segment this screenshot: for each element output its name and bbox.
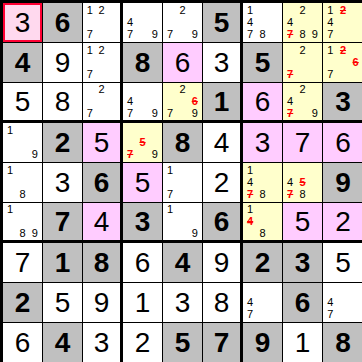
cell-r3c4[interactable]: 479 — [123, 83, 163, 123]
given-digit: 6 — [55, 9, 71, 37]
empty-candidate-slot — [4, 227, 16, 239]
cell-r7c2[interactable]: 1 — [43, 243, 83, 283]
solved-digit: 3 — [94, 329, 110, 357]
cell-r1c8[interactable]: 24789 — [283, 3, 323, 43]
empty-candidate-slot — [256, 164, 268, 176]
empty-candidate-slot — [84, 84, 96, 96]
given-digit: 4 — [175, 249, 191, 277]
given-digit: 5 — [255, 49, 271, 77]
empty-candidate-slot — [349, 296, 362, 308]
empty-candidate-slot — [136, 96, 148, 108]
eliminated-candidate-7: 7 — [284, 29, 296, 41]
cell-r4c3[interactable]: 5 — [83, 123, 123, 163]
pencil-marks: 189 — [4, 204, 41, 239]
solved-digit: 9 — [214, 249, 230, 277]
pencil-marks: 127 — [84, 44, 119, 81]
cell-r5c6[interactable]: 2 — [203, 163, 243, 203]
empty-candidate-slot — [337, 56, 350, 68]
eliminated-candidate-7: 7 — [124, 149, 136, 161]
empty-candidate-slot — [164, 4, 176, 16]
cell-r8c5[interactable]: 3 — [163, 283, 203, 323]
empty-candidate-slot — [256, 16, 268, 28]
candidate-9: 9 — [149, 29, 161, 41]
candidate-4: 4 — [284, 16, 296, 28]
candidate-1: 1 — [4, 164, 16, 176]
empty-candidate-slot — [189, 216, 201, 228]
empty-candidate-slot — [269, 204, 281, 216]
empty-candidate-slot — [256, 284, 268, 296]
empty-candidate-slot — [84, 96, 96, 108]
empty-candidate-slot — [337, 69, 350, 81]
pencil-marks: 18 — [4, 164, 41, 201]
pencil-marks: 24789 — [284, 4, 321, 41]
empty-candidate-slot — [284, 56, 296, 68]
candidate-9: 9 — [29, 227, 41, 239]
empty-candidate-slot — [269, 216, 281, 228]
empty-candidate-slot — [136, 107, 148, 119]
cell-r8c4[interactable]: 1 — [123, 283, 163, 323]
empty-candidate-slot — [107, 107, 119, 119]
cell-r6c9[interactable]: 2 — [323, 203, 362, 243]
candidate-1: 1 — [164, 204, 176, 216]
empty-candidate-slot — [176, 16, 188, 28]
pencil-marks: 19 — [164, 204, 201, 239]
solved-digit: 7 — [295, 129, 311, 157]
candidate-8: 8 — [16, 227, 28, 239]
empty-candidate-slot — [309, 189, 321, 201]
empty-candidate-slot — [284, 4, 296, 16]
solved-digit: 6 — [15, 329, 31, 357]
empty-candidate-slot — [124, 4, 136, 16]
empty-candidate-slot — [29, 176, 41, 188]
empty-candidate-slot — [309, 96, 321, 108]
empty-candidate-slot — [124, 84, 136, 96]
pencil-marks: 19 — [4, 124, 41, 161]
candidate-1: 1 — [324, 44, 337, 56]
solved-digit: 5 — [295, 208, 311, 236]
empty-candidate-slot — [189, 189, 201, 201]
empty-candidate-slot — [16, 124, 28, 136]
pencil-marks: 1267 — [324, 44, 362, 81]
solved-digit: 4 — [214, 129, 230, 157]
empty-candidate-slot — [269, 309, 281, 321]
empty-candidate-slot — [16, 176, 28, 188]
empty-candidate-slot — [96, 56, 108, 68]
cell-r8c7[interactable]: 47 — [243, 283, 283, 323]
given-digit: 2 — [15, 289, 31, 317]
pencil-marks: 1478 — [244, 164, 281, 201]
pencil-marks: 1478 — [244, 4, 281, 41]
empty-candidate-slot — [16, 204, 28, 216]
empty-candidate-slot — [269, 284, 281, 296]
candidate-1: 1 — [244, 164, 256, 176]
cell-r7c3[interactable]: 8 — [83, 243, 123, 283]
cell-r3c2[interactable]: 8 — [43, 83, 83, 123]
empty-candidate-slot — [107, 84, 119, 96]
empty-candidate-slot — [349, 4, 362, 16]
pencil-marks: 2479 — [284, 84, 321, 119]
cell-r7c7[interactable]: 2 — [243, 243, 283, 283]
solved-digit: 9 — [94, 289, 110, 317]
cell-r1c2[interactable]: 6 — [43, 3, 83, 43]
candidate-2: 2 — [96, 44, 108, 56]
empty-candidate-slot — [96, 107, 108, 119]
cell-r3c5[interactable]: 2679 — [163, 83, 203, 123]
empty-candidate-slot — [107, 56, 119, 68]
cell-r4c2[interactable]: 2 — [43, 123, 83, 163]
empty-candidate-slot — [337, 284, 350, 296]
pencil-marks: 47 — [324, 284, 362, 321]
cell-r7c6[interactable]: 9 — [203, 243, 243, 283]
pencil-marks: 47 — [244, 284, 281, 321]
cell-r9c8[interactable]: 1 — [283, 323, 323, 362]
cell-r1c1[interactable]: 3 — [3, 3, 43, 43]
empty-candidate-slot — [269, 296, 281, 308]
given-digit: 1 — [55, 249, 71, 277]
empty-candidate-slot — [349, 44, 362, 56]
given-digit: 7 — [55, 208, 71, 236]
cell-r9c6[interactable]: 7 — [203, 323, 243, 362]
solved-digit: 5 — [335, 249, 351, 277]
candidate-9: 9 — [149, 149, 161, 161]
empty-candidate-slot — [309, 4, 321, 16]
cell-r9c1[interactable]: 6 — [3, 323, 43, 362]
given-digit: 8 — [135, 49, 151, 77]
cell-r8c1[interactable]: 2 — [3, 283, 43, 323]
solved-digit: 3 — [175, 289, 191, 317]
cell-r2c5[interactable]: 6 — [163, 43, 203, 83]
empty-candidate-slot — [244, 227, 256, 239]
candidate-1: 1 — [324, 4, 337, 16]
empty-candidate-slot — [309, 84, 321, 96]
cell-r1c3[interactable]: 127 — [83, 3, 123, 43]
cell-r6c4[interactable]: 3 — [123, 203, 163, 243]
empty-candidate-slot — [136, 16, 148, 28]
empty-candidate-slot — [124, 124, 136, 136]
pencil-marks: 1247 — [324, 4, 362, 41]
empty-candidate-slot — [124, 136, 136, 148]
empty-candidate-slot — [29, 124, 41, 136]
cell-r4c8[interactable]: 7 — [283, 123, 323, 163]
cell-r2c1[interactable]: 4 — [3, 43, 43, 83]
cell-r6c8[interactable]: 5 — [283, 203, 323, 243]
solved-digit: 7 — [15, 249, 31, 277]
candidate-8: 8 — [256, 227, 268, 239]
cell-r4c7[interactable]: 3 — [243, 123, 283, 163]
empty-candidate-slot — [309, 44, 321, 56]
given-digit: 6 — [214, 208, 230, 236]
eliminated-candidate-5: 5 — [296, 176, 308, 188]
solved-digit: 6 — [335, 129, 351, 157]
candidate-8: 8 — [296, 29, 308, 41]
solved-digit: 1 — [295, 329, 311, 357]
empty-candidate-slot — [136, 149, 148, 161]
given-digit: 2 — [55, 129, 71, 157]
empty-candidate-slot — [4, 136, 16, 148]
empty-candidate-slot — [96, 29, 108, 41]
candidate-7: 7 — [324, 29, 337, 41]
candidate-7: 7 — [324, 309, 337, 321]
empty-candidate-slot — [256, 4, 268, 16]
solved-digit: 5 — [15, 88, 31, 116]
empty-candidate-slot — [256, 296, 268, 308]
eliminated-candidate-7: 7 — [284, 189, 296, 201]
cell-r8c9[interactable]: 47 — [323, 283, 362, 323]
candidate-2: 2 — [96, 84, 108, 96]
cell-r8c8[interactable]: 6 — [283, 283, 323, 323]
cell-r9c3[interactable]: 3 — [83, 323, 123, 362]
candidate-7: 7 — [244, 29, 256, 41]
cell-r7c4[interactable]: 6 — [123, 243, 163, 283]
cell-r9c7[interactable]: 9 — [243, 323, 283, 362]
candidate-4: 4 — [284, 176, 296, 188]
pencil-marks: 17 — [164, 164, 201, 201]
empty-candidate-slot — [189, 164, 201, 176]
cell-r4c1[interactable]: 19 — [3, 123, 43, 163]
solved-digit: 2 — [214, 169, 230, 197]
empty-candidate-slot — [309, 16, 321, 28]
eliminated-candidate-6: 6 — [189, 96, 201, 108]
empty-candidate-slot — [349, 69, 362, 81]
empty-candidate-slot — [164, 227, 176, 239]
cell-r7c9[interactable]: 5 — [323, 243, 362, 283]
given-digit: 8 — [175, 129, 191, 157]
cell-r3c1[interactable]: 5 — [3, 83, 43, 123]
empty-candidate-slot — [296, 69, 308, 81]
empty-candidate-slot — [136, 29, 148, 41]
candidate-9: 9 — [309, 107, 321, 119]
empty-candidate-slot — [107, 16, 119, 28]
solved-digit: 2 — [335, 208, 351, 236]
empty-candidate-slot — [309, 56, 321, 68]
solved-digit: 6 — [255, 88, 271, 116]
given-digit: 1 — [214, 88, 230, 116]
candidate-7: 7 — [164, 189, 176, 201]
candidate-9: 9 — [189, 227, 201, 239]
empty-candidate-slot — [16, 216, 28, 228]
empty-candidate-slot — [324, 284, 337, 296]
empty-candidate-slot — [269, 227, 281, 239]
empty-candidate-slot — [269, 29, 281, 41]
cell-r3c3[interactable]: 27 — [83, 83, 123, 123]
given-digit: 2 — [255, 249, 271, 277]
empty-candidate-slot — [29, 136, 41, 148]
candidate-4: 4 — [124, 16, 136, 28]
pencil-marks: 479 — [124, 84, 161, 119]
solved-digit: 3 — [214, 49, 230, 77]
empty-candidate-slot — [164, 176, 176, 188]
candidate-4: 4 — [284, 96, 296, 108]
cell-r3c6[interactable]: 1 — [203, 83, 243, 123]
candidate-7: 7 — [84, 107, 96, 119]
candidate-7: 7 — [164, 107, 176, 119]
eliminated-candidate-2: 2 — [337, 4, 350, 16]
empty-candidate-slot — [96, 96, 108, 108]
empty-candidate-slot — [296, 164, 308, 176]
candidate-7: 7 — [164, 29, 176, 41]
empty-candidate-slot — [284, 164, 296, 176]
empty-candidate-slot — [107, 44, 119, 56]
solved-digit: 9 — [55, 49, 71, 77]
empty-candidate-slot — [337, 309, 350, 321]
empty-candidate-slot — [96, 69, 108, 81]
cell-r6c6[interactable]: 6 — [203, 203, 243, 243]
given-digit: 6 — [94, 169, 110, 197]
candidate-9: 9 — [29, 149, 41, 161]
empty-candidate-slot — [164, 96, 176, 108]
given-digit: 8 — [94, 249, 110, 277]
candidate-4: 4 — [244, 176, 256, 188]
solved-digit: 8 — [55, 88, 71, 116]
pencil-marks: 2679 — [164, 84, 201, 119]
cell-r9c9[interactable]: 8 — [323, 323, 362, 362]
empty-candidate-slot — [256, 176, 268, 188]
eliminated-candidate-4: 4 — [244, 216, 256, 228]
empty-candidate-slot — [176, 189, 188, 201]
cell-r8c6[interactable]: 8 — [203, 283, 243, 323]
sudoku-board: 3612747927951478247891247491278635271267… — [0, 0, 362, 362]
empty-candidate-slot — [84, 16, 96, 28]
cell-r5c5[interactable]: 17 — [163, 163, 203, 203]
cell-r2c7[interactable]: 5 — [243, 43, 283, 83]
cell-r5c2[interactable]: 3 — [43, 163, 83, 203]
cell-r2c4[interactable]: 8 — [123, 43, 163, 83]
cell-r7c8[interactable]: 3 — [283, 243, 323, 283]
pencil-marks: 148 — [244, 204, 281, 239]
cell-r9c5[interactable]: 5 — [163, 323, 203, 362]
empty-candidate-slot — [349, 309, 362, 321]
cell-r4c4[interactable]: 579 — [123, 123, 163, 163]
cell-r3c9[interactable]: 3 — [323, 83, 362, 123]
empty-candidate-slot — [284, 44, 296, 56]
cell-r1c6[interactable]: 5 — [203, 3, 243, 43]
given-digit: 9 — [335, 169, 351, 197]
empty-candidate-slot — [296, 107, 308, 119]
empty-candidate-slot — [269, 189, 281, 201]
solved-digit: 3 — [55, 169, 71, 197]
cell-r9c4[interactable]: 2 — [123, 323, 163, 362]
cell-r2c2[interactable]: 9 — [43, 43, 83, 83]
solved-digit: 6 — [175, 49, 191, 77]
candidate-9: 9 — [149, 107, 161, 119]
cell-r8c2[interactable]: 5 — [43, 283, 83, 323]
candidate-2: 2 — [296, 44, 308, 56]
candidate-1: 1 — [4, 204, 16, 216]
empty-candidate-slot — [349, 16, 362, 28]
empty-candidate-slot — [269, 4, 281, 16]
cell-r1c7[interactable]: 1478 — [243, 3, 283, 43]
solved-digit: 3 — [255, 129, 271, 157]
empty-candidate-slot — [269, 176, 281, 188]
cell-r6c3[interactable]: 4 — [83, 203, 123, 243]
cell-r7c1[interactable]: 7 — [3, 243, 43, 283]
eliminated-candidate-7: 7 — [284, 107, 296, 119]
empty-candidate-slot — [84, 56, 96, 68]
empty-candidate-slot — [296, 96, 308, 108]
cell-r4c9[interactable]: 6 — [323, 123, 362, 163]
cell-r5c7[interactable]: 1478 — [243, 163, 283, 203]
empty-candidate-slot — [107, 69, 119, 81]
candidate-2: 2 — [296, 84, 308, 96]
empty-candidate-slot — [149, 124, 161, 136]
cell-r6c1[interactable]: 189 — [3, 203, 43, 243]
empty-candidate-slot — [189, 16, 201, 28]
cell-r4c5[interactable]: 8 — [163, 123, 203, 163]
empty-candidate-slot — [296, 56, 308, 68]
cell-r5c4[interactable]: 5 — [123, 163, 163, 203]
pencil-marks: 4578 — [284, 164, 321, 201]
candidate-4: 4 — [124, 96, 136, 108]
cell-r7c5[interactable]: 4 — [163, 243, 203, 283]
candidate-1: 1 — [84, 44, 96, 56]
given-digit: 3 — [295, 249, 311, 277]
cell-r5c9[interactable]: 9 — [323, 163, 362, 203]
cell-r6c7[interactable]: 148 — [243, 203, 283, 243]
empty-candidate-slot — [136, 4, 148, 16]
cell-r1c5[interactable]: 279 — [163, 3, 203, 43]
candidate-7: 7 — [244, 309, 256, 321]
given-digit: 6 — [295, 289, 311, 317]
given-digit: 7 — [214, 329, 230, 357]
candidate-8: 8 — [256, 29, 268, 41]
cell-r2c9[interactable]: 1267 — [323, 43, 362, 83]
cell-r5c8[interactable]: 4578 — [283, 163, 323, 203]
cell-r9c2[interactable]: 4 — [43, 323, 83, 362]
empty-candidate-slot — [4, 216, 16, 228]
solved-digit: 5 — [94, 129, 110, 157]
empty-candidate-slot — [189, 84, 201, 96]
cell-r2c6[interactable]: 3 — [203, 43, 243, 83]
empty-candidate-slot — [29, 164, 41, 176]
cell-r1c4[interactable]: 479 — [123, 3, 163, 43]
empty-candidate-slot — [176, 29, 188, 41]
cell-r8c3[interactable]: 9 — [83, 283, 123, 323]
cell-r6c2[interactable]: 7 — [43, 203, 83, 243]
empty-candidate-slot — [149, 136, 161, 148]
pencil-marks: 127 — [84, 4, 119, 41]
solved-digit: 6 — [135, 249, 151, 277]
cell-r1c9[interactable]: 1247 — [323, 3, 362, 43]
cell-r5c3[interactable]: 6 — [83, 163, 123, 203]
cell-r2c8[interactable]: 27 — [283, 43, 323, 83]
cell-r2c3[interactable]: 127 — [83, 43, 123, 83]
empty-candidate-slot — [16, 136, 28, 148]
empty-candidate-slot — [337, 16, 350, 28]
pencil-marks: 27 — [84, 84, 119, 119]
empty-candidate-slot — [269, 164, 281, 176]
pencil-marks: 279 — [164, 4, 201, 41]
empty-candidate-slot — [107, 96, 119, 108]
empty-candidate-slot — [309, 176, 321, 188]
eliminated-candidate-7: 7 — [284, 69, 296, 81]
empty-candidate-slot — [324, 56, 337, 68]
solved-digit: 8 — [214, 289, 230, 317]
cell-r3c8[interactable]: 2479 — [283, 83, 323, 123]
empty-candidate-slot — [96, 16, 108, 28]
candidate-7: 7 — [124, 107, 136, 119]
cell-r4c6[interactable]: 4 — [203, 123, 243, 163]
empty-candidate-slot — [256, 204, 268, 216]
empty-candidate-slot — [107, 4, 119, 16]
empty-candidate-slot — [29, 189, 41, 201]
empty-candidate-slot — [164, 84, 176, 96]
cell-r5c1[interactable]: 18 — [3, 163, 43, 203]
empty-candidate-slot — [149, 84, 161, 96]
empty-candidate-slot — [136, 84, 148, 96]
cell-r3c7[interactable]: 6 — [243, 83, 283, 123]
cell-r6c5[interactable]: 19 — [163, 203, 203, 243]
solved-digit: 3 — [15, 9, 31, 37]
